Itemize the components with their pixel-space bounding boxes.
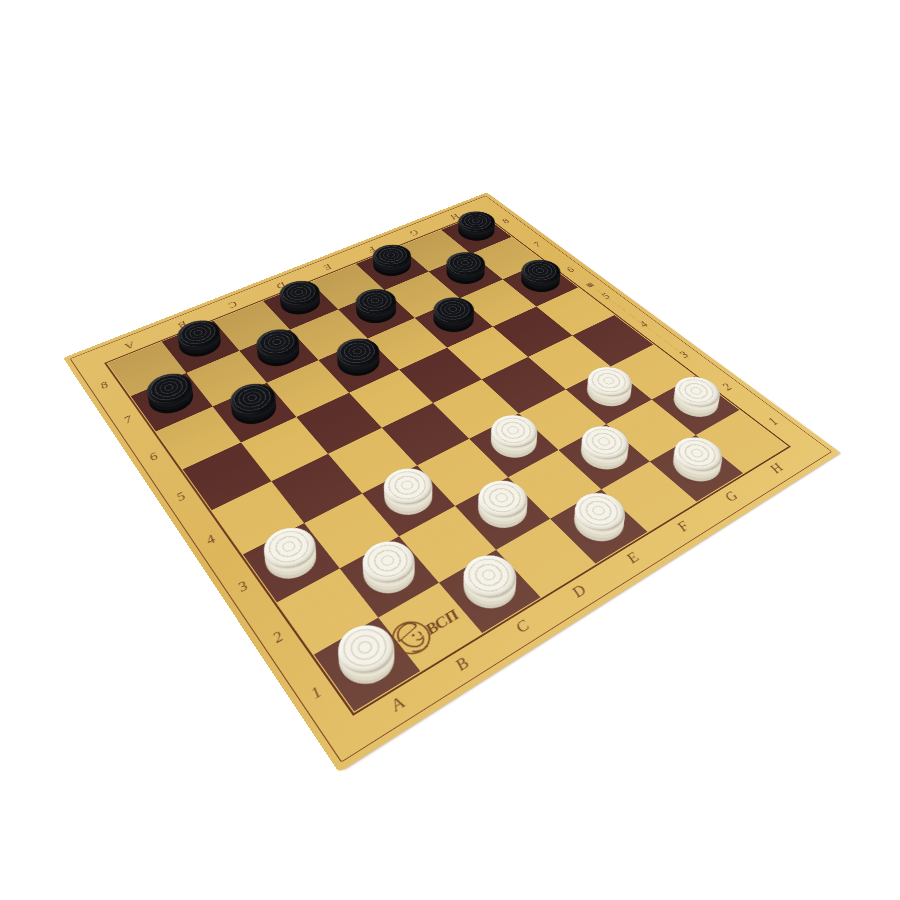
white-piece-h2[interactable]	[664, 384, 727, 426]
white-piece-a3[interactable]	[257, 534, 326, 591]
white-piece-e3[interactable]	[482, 422, 546, 468]
black-piece-b8[interactable]	[173, 328, 228, 365]
white-piece-b2[interactable]	[354, 547, 425, 605]
black-piece-h8[interactable]	[451, 219, 501, 248]
white-piece-g1[interactable]	[663, 444, 730, 492]
black-piece-g7[interactable]	[439, 260, 492, 292]
white-piece-c1[interactable]	[453, 561, 526, 620]
black-piece-c7[interactable]	[251, 337, 308, 375]
black-piece-h6[interactable]	[513, 267, 567, 299]
black-piece-f6[interactable]	[426, 305, 482, 340]
black-piece-d8[interactable]	[274, 289, 328, 323]
board-3d: ВСП ▦ ·–··–·· ·–·–· ––·–· ·–··– ·––·· ·–…	[63, 192, 840, 772]
page-background: ВСП ▦ ·–··–·· ·–·–· ––·–· ·–··– ·––·· ·–…	[0, 0, 900, 900]
black-piece-d6[interactable]	[330, 346, 388, 385]
board-sheet: ВСП ▦ ·–··–·· ·–·–· ––·–· ·–··– ·––·· ·–…	[63, 192, 840, 772]
white-piece-e1[interactable]	[564, 499, 634, 552]
white-piece-f2[interactable]	[571, 433, 636, 480]
black-piece-a7[interactable]	[142, 381, 201, 423]
black-piece-f8[interactable]	[366, 252, 418, 283]
white-piece-g3[interactable]	[578, 374, 639, 415]
black-piece-e7[interactable]	[349, 297, 404, 332]
perspective-wrapper: ВСП ▦ ·–··–·· ·–·–· ––·–· ·–··– ·––·· ·–…	[56, 0, 839, 900]
white-piece-c3[interactable]	[375, 475, 441, 526]
